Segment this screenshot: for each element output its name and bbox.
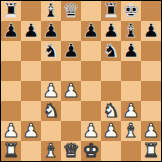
piece-white-knight[interactable]: ♞	[42, 101, 59, 120]
piece-white-knight[interactable]: ♞	[102, 101, 119, 120]
piece-black-pawn[interactable]: ♟	[82, 21, 99, 40]
square-b1[interactable]	[21, 141, 41, 161]
square-d7[interactable]	[61, 21, 81, 41]
piece-black-pawn[interactable]: ♟	[22, 21, 39, 40]
piece-black-pawn[interactable]: ♟	[62, 41, 79, 60]
piece-white-bishop[interactable]: ♝	[42, 141, 59, 160]
piece-black-pawn[interactable]: ♟	[102, 21, 119, 40]
piece-white-pawn[interactable]: ♟	[122, 101, 139, 120]
square-f8[interactable]: ♜	[101, 1, 121, 21]
square-a5[interactable]	[1, 61, 21, 81]
piece-black-king[interactable]: ♚	[122, 1, 139, 20]
piece-black-knight[interactable]: ♞	[42, 41, 59, 60]
square-h1[interactable]: ♜	[141, 141, 161, 161]
square-h4[interactable]	[141, 81, 161, 101]
piece-white-king[interactable]: ♚	[82, 141, 99, 160]
square-f5[interactable]	[101, 61, 121, 81]
piece-black-rook[interactable]: ♜	[2, 1, 19, 20]
square-h7[interactable]: ♟	[141, 21, 161, 41]
piece-black-bishop[interactable]: ♝	[42, 1, 59, 20]
piece-black-rook[interactable]: ♜	[102, 1, 119, 20]
square-d5[interactable]	[61, 61, 81, 81]
piece-white-pawn[interactable]: ♟	[62, 81, 79, 100]
square-g7[interactable]: ♝	[121, 21, 141, 41]
square-d8[interactable]: ♛	[61, 1, 81, 21]
square-h6[interactable]	[141, 41, 161, 61]
square-a7[interactable]: ♟	[1, 21, 21, 41]
piece-white-rook[interactable]: ♜	[2, 141, 19, 160]
square-d4[interactable]: ♟	[61, 81, 81, 101]
piece-white-pawn[interactable]: ♟	[42, 81, 59, 100]
piece-white-pawn[interactable]: ♟	[82, 121, 99, 140]
piece-white-pawn[interactable]: ♟	[22, 121, 39, 140]
square-e5[interactable]	[81, 61, 101, 81]
square-b2[interactable]: ♟	[21, 121, 41, 141]
piece-black-queen[interactable]: ♛	[62, 1, 79, 20]
square-e3[interactable]	[81, 101, 101, 121]
square-c2[interactable]	[41, 121, 61, 141]
square-h8[interactable]	[141, 1, 161, 21]
square-a2[interactable]: ♟	[1, 121, 21, 141]
square-h3[interactable]	[141, 101, 161, 121]
chess-board: ♜♝♛♜♚♟♟♟♟♟♝♟♞♟♞♟♟♟♞♞♟♟♟♟♟♝♟♜♝♛♚♜	[0, 0, 162, 162]
square-f1[interactable]	[101, 141, 121, 161]
square-h5[interactable]	[141, 61, 161, 81]
square-e6[interactable]	[81, 41, 101, 61]
square-c8[interactable]: ♝	[41, 1, 61, 21]
square-h2[interactable]: ♟	[141, 121, 161, 141]
square-d1[interactable]: ♛	[61, 141, 81, 161]
square-g1[interactable]	[121, 141, 141, 161]
square-g8[interactable]: ♚	[121, 1, 141, 21]
square-c3[interactable]: ♞	[41, 101, 61, 121]
piece-white-rook[interactable]: ♜	[142, 141, 159, 160]
piece-white-bishop[interactable]: ♝	[122, 121, 139, 140]
square-c1[interactable]: ♝	[41, 141, 61, 161]
square-c7[interactable]: ♟	[41, 21, 61, 41]
piece-white-pawn[interactable]: ♟	[2, 121, 19, 140]
square-f4[interactable]	[101, 81, 121, 101]
piece-white-pawn[interactable]: ♟	[142, 121, 159, 140]
piece-black-pawn[interactable]: ♟	[142, 21, 159, 40]
square-b6[interactable]	[21, 41, 41, 61]
square-c6[interactable]: ♞	[41, 41, 61, 61]
square-a3[interactable]	[1, 101, 21, 121]
square-b8[interactable]	[21, 1, 41, 21]
square-f6[interactable]: ♞	[101, 41, 121, 61]
piece-black-pawn[interactable]: ♟	[122, 41, 139, 60]
square-d6[interactable]: ♟	[61, 41, 81, 61]
square-f2[interactable]: ♟	[101, 121, 121, 141]
square-b7[interactable]: ♟	[21, 21, 41, 41]
square-b4[interactable]	[21, 81, 41, 101]
square-d3[interactable]	[61, 101, 81, 121]
square-c5[interactable]	[41, 61, 61, 81]
piece-black-pawn[interactable]: ♟	[42, 21, 59, 40]
square-a6[interactable]	[1, 41, 21, 61]
square-f7[interactable]: ♟	[101, 21, 121, 41]
square-e8[interactable]	[81, 1, 101, 21]
square-b5[interactable]	[21, 61, 41, 81]
square-g2[interactable]: ♝	[121, 121, 141, 141]
piece-black-bishop[interactable]: ♝	[122, 21, 139, 40]
piece-white-queen[interactable]: ♛	[62, 141, 79, 160]
square-e4[interactable]	[81, 81, 101, 101]
square-g3[interactable]: ♟	[121, 101, 141, 121]
square-g6[interactable]: ♟	[121, 41, 141, 61]
square-e2[interactable]: ♟	[81, 121, 101, 141]
square-e7[interactable]: ♟	[81, 21, 101, 41]
square-a1[interactable]: ♜	[1, 141, 21, 161]
square-c4[interactable]: ♟	[41, 81, 61, 101]
piece-white-pawn[interactable]: ♟	[102, 121, 119, 140]
piece-black-knight[interactable]: ♞	[102, 41, 119, 60]
square-g5[interactable]	[121, 61, 141, 81]
square-f3[interactable]: ♞	[101, 101, 121, 121]
piece-black-pawn[interactable]: ♟	[2, 21, 19, 40]
square-b3[interactable]	[21, 101, 41, 121]
square-e1[interactable]: ♚	[81, 141, 101, 161]
square-a4[interactable]	[1, 81, 21, 101]
square-d2[interactable]	[61, 121, 81, 141]
square-a8[interactable]: ♜	[1, 1, 21, 21]
square-g4[interactable]	[121, 81, 141, 101]
